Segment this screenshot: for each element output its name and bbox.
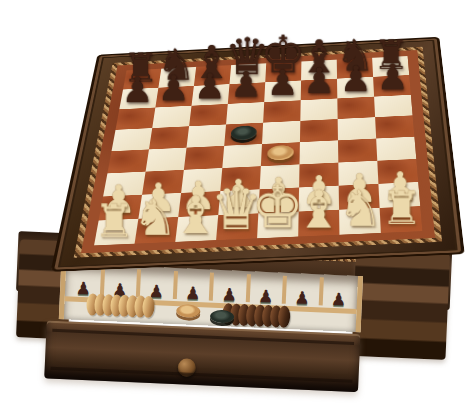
piece-white-rook[interactable]: ♜	[359, 186, 444, 232]
cell-h1: ♜	[380, 206, 423, 233]
cell-d5	[224, 122, 263, 145]
piece-black-pawn[interactable]: ♟	[355, 59, 431, 95]
board-checker-dark[interactable]	[231, 125, 257, 140]
product-photo-stage: ♟♟♟♟♟♟♟♟ ♜♞♝♛♚♝♞♜♟♟♟♟♟♟♟♟♟♟♟♟♟♟♟♟♜♞♝♛♚♝♞…	[0, 0, 474, 408]
cell-e4	[261, 142, 300, 166]
cell-h7: ♟	[373, 75, 411, 97]
board-rotation-wrapper: ♜♞♝♛♚♝♞♜♟♟♟♟♟♟♟♟♟♟♟♟♟♟♟♟♜♞♝♛♚♝♞♜	[0, 0, 474, 408]
chess-board-3d: ♜♞♝♛♚♝♞♜♟♟♟♟♟♟♟♟♟♟♟♟♟♟♟♟♜♞♝♛♚♝♞♜	[50, 37, 464, 272]
board-checker-light[interactable]	[268, 145, 294, 161]
pieces-layer: ♜♞♝♛♚♝♞♜♟♟♟♟♟♟♟♟♟♟♟♟♟♟♟♟♜♞♝♛♚♝♞♜	[94, 55, 422, 245]
